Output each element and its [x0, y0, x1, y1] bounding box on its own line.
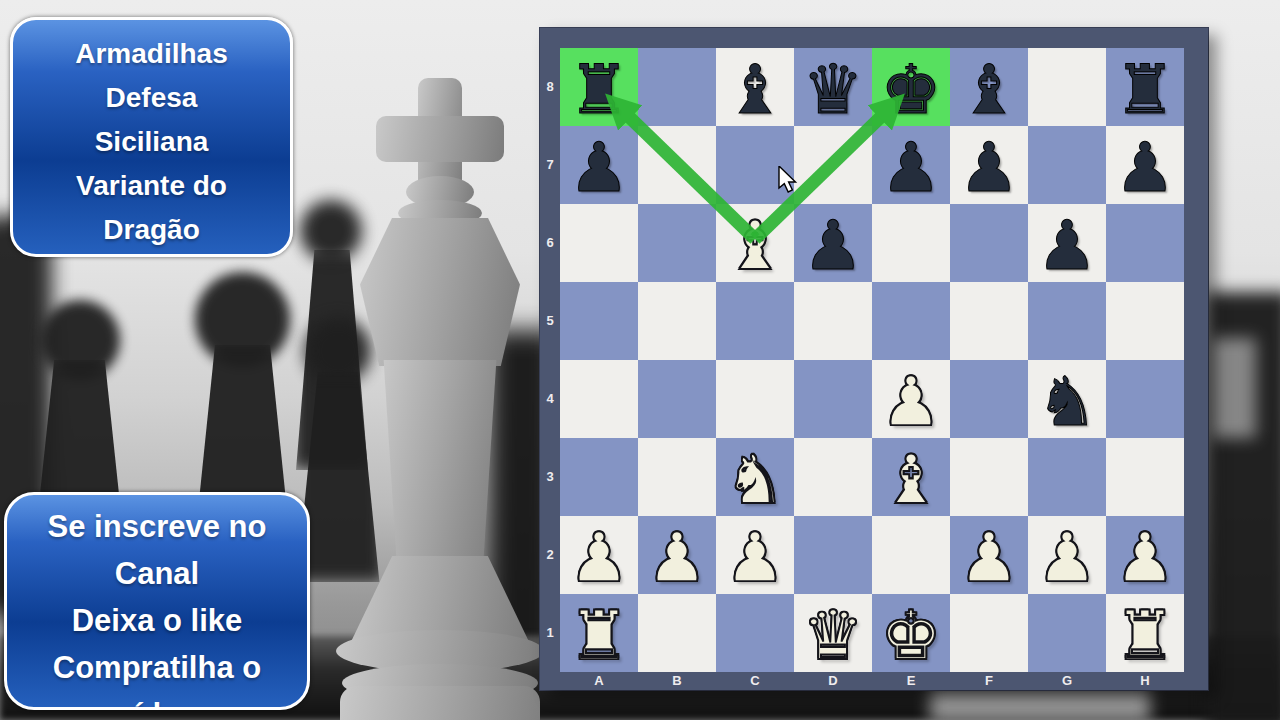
callout-line: Variante do [13, 164, 290, 208]
square-c6[interactable]: ♝ [716, 204, 794, 282]
piece-black-queen[interactable]: ♛ [794, 48, 872, 126]
square-h7[interactable]: ♟ [1106, 126, 1184, 204]
piece-white-bishop[interactable]: ♝ [716, 204, 794, 282]
mouse-cursor [778, 166, 804, 196]
rank-label-5: 5 [540, 282, 560, 360]
square-h4[interactable] [1106, 360, 1184, 438]
piece-white-rook[interactable]: ♜ [1106, 594, 1184, 672]
square-b5[interactable] [638, 282, 716, 360]
square-a1[interactable]: ♜ [560, 594, 638, 672]
king-base [340, 686, 540, 720]
square-h8[interactable]: ♜ [1106, 48, 1184, 126]
piece-white-pawn[interactable]: ♟ [638, 516, 716, 594]
callout-line: Compratilha o [7, 644, 307, 691]
callout-line: Canal [7, 550, 307, 597]
photo-king [310, 78, 570, 720]
square-e4[interactable]: ♟ [872, 360, 950, 438]
square-c3[interactable]: ♞ [716, 438, 794, 516]
square-e3[interactable]: ♝ [872, 438, 950, 516]
piece-white-pawn[interactable]: ♟ [560, 516, 638, 594]
piece-black-pawn[interactable]: ♟ [872, 126, 950, 204]
file-label-e: E [872, 672, 950, 690]
king-cross-arm [376, 116, 504, 162]
piece-black-pawn[interactable]: ♟ [950, 126, 1028, 204]
king-body [380, 360, 500, 564]
below-board-gray-piece [930, 688, 1150, 720]
square-g1[interactable] [1028, 594, 1106, 672]
callout-top: Armadilhas Defesa Siciliana Variante do … [10, 17, 293, 257]
square-g4[interactable]: ♞ [1028, 360, 1106, 438]
callout-line: Defesa [13, 76, 290, 120]
square-b8[interactable] [638, 48, 716, 126]
square-a8[interactable]: ♜ [560, 48, 638, 126]
piece-white-rook[interactable]: ♜ [560, 594, 638, 672]
square-f2[interactable]: ♟ [950, 516, 1028, 594]
square-f1[interactable] [950, 594, 1028, 672]
square-e7[interactable]: ♟ [872, 126, 950, 204]
piece-black-bishop[interactable]: ♝ [950, 48, 1028, 126]
callout-line: Armadilhas [13, 32, 290, 76]
square-g6[interactable]: ♟ [1028, 204, 1106, 282]
rank-label-8: 8 [540, 48, 560, 126]
square-f6[interactable] [950, 204, 1028, 282]
rank-label-1: 1 [540, 594, 560, 672]
rank-label-7: 7 [540, 126, 560, 204]
file-label-f: F [950, 672, 1028, 690]
piece-black-king[interactable]: ♚ [872, 48, 950, 126]
piece-white-pawn[interactable]: ♟ [716, 516, 794, 594]
piece-black-bishop[interactable]: ♝ [716, 48, 794, 126]
square-b4[interactable] [638, 360, 716, 438]
square-b6[interactable] [638, 204, 716, 282]
square-d3[interactable] [794, 438, 872, 516]
piece-black-knight[interactable]: ♞ [1028, 360, 1106, 438]
rank-label-4: 4 [540, 360, 560, 438]
square-g8[interactable] [1028, 48, 1106, 126]
square-d7[interactable] [794, 126, 872, 204]
square-a2[interactable]: ♟ [560, 516, 638, 594]
piece-black-pawn[interactable]: ♟ [1106, 126, 1184, 204]
file-label-b: B [638, 672, 716, 690]
square-a7[interactable]: ♟ [560, 126, 638, 204]
square-c1[interactable] [716, 594, 794, 672]
square-h6[interactable] [1106, 204, 1184, 282]
square-h3[interactable] [1106, 438, 1184, 516]
square-f5[interactable] [950, 282, 1028, 360]
rank-label-3: 3 [540, 438, 560, 516]
piece-black-pawn[interactable]: ♟ [560, 126, 638, 204]
square-d1[interactable]: ♛ [794, 594, 872, 672]
king-crown [360, 218, 520, 366]
callout-line: Se inscreve no [7, 503, 307, 550]
square-b3[interactable] [638, 438, 716, 516]
square-c4[interactable] [716, 360, 794, 438]
file-label-h: H [1106, 672, 1184, 690]
callout-line: Siciliana [13, 120, 290, 164]
square-e8[interactable]: ♚ [872, 48, 950, 126]
square-e6[interactable] [872, 204, 950, 282]
square-a6[interactable] [560, 204, 638, 282]
square-f4[interactable] [950, 360, 1028, 438]
file-label-d: D [794, 672, 872, 690]
callout-line: vídeo [7, 691, 307, 710]
square-g7[interactable] [1028, 126, 1106, 204]
square-d5[interactable] [794, 282, 872, 360]
callout-line: Dragão [13, 208, 290, 252]
callout-line: Deixa o like [7, 597, 307, 644]
piece-white-king[interactable]: ♚ [872, 594, 950, 672]
piece-white-bishop[interactable]: ♝ [872, 438, 950, 516]
square-f8[interactable]: ♝ [950, 48, 1028, 126]
square-a3[interactable] [560, 438, 638, 516]
piece-white-pawn[interactable]: ♟ [950, 516, 1028, 594]
square-g2[interactable]: ♟ [1028, 516, 1106, 594]
piece-black-pawn[interactable]: ♟ [794, 204, 872, 282]
board-grid: ♜♝♛♚♝♜♟♟♟♟♝♟♟♟♞♞♝♟♟♟♟♟♟♜♛♚♜ [560, 48, 1184, 672]
rank-label-2: 2 [540, 516, 560, 594]
square-d8[interactable]: ♛ [794, 48, 872, 126]
callout-bottom: Se inscreve no Canal Deixa o like Compra… [4, 492, 310, 710]
square-e5[interactable] [872, 282, 950, 360]
right-edge-gray-piece [1206, 338, 1256, 438]
square-e1[interactable]: ♚ [872, 594, 950, 672]
square-b7[interactable] [638, 126, 716, 204]
square-b1[interactable] [638, 594, 716, 672]
square-g3[interactable] [1028, 438, 1106, 516]
square-b2[interactable]: ♟ [638, 516, 716, 594]
piece-white-pawn[interactable]: ♟ [1028, 516, 1106, 594]
piece-white-pawn[interactable]: ♟ [872, 360, 950, 438]
square-h5[interactable] [1106, 282, 1184, 360]
piece-white-pawn[interactable]: ♟ [1106, 516, 1184, 594]
video-frame: ♜♝♛♚♝♜♟♟♟♟♝♟♟♟♞♞♝♟♟♟♟♟♟♜♛♚♜ 8 7 6 5 4 3 … [0, 0, 1280, 720]
file-label-a: A [560, 672, 638, 690]
square-c2[interactable]: ♟ [716, 516, 794, 594]
square-d6[interactable]: ♟ [794, 204, 872, 282]
piece-white-knight[interactable]: ♞ [716, 438, 794, 516]
square-c5[interactable] [716, 282, 794, 360]
square-g5[interactable] [1028, 282, 1106, 360]
chess-board: ♜♝♛♚♝♜♟♟♟♟♝♟♟♟♞♞♝♟♟♟♟♟♟♜♛♚♜ 8 7 6 5 4 3 … [540, 28, 1208, 690]
square-d4[interactable] [794, 360, 872, 438]
square-a4[interactable] [560, 360, 638, 438]
square-f7[interactable]: ♟ [950, 126, 1028, 204]
rank-label-6: 6 [540, 204, 560, 282]
piece-black-rook[interactable]: ♜ [1106, 48, 1184, 126]
square-a5[interactable] [560, 282, 638, 360]
piece-white-queen[interactable]: ♛ [794, 594, 872, 672]
square-f3[interactable] [950, 438, 1028, 516]
square-e2[interactable] [872, 516, 950, 594]
piece-black-pawn[interactable]: ♟ [1028, 204, 1106, 282]
square-h2[interactable]: ♟ [1106, 516, 1184, 594]
square-d2[interactable] [794, 516, 872, 594]
square-h1[interactable]: ♜ [1106, 594, 1184, 672]
piece-black-rook[interactable]: ♜ [560, 48, 638, 126]
square-c8[interactable]: ♝ [716, 48, 794, 126]
file-label-g: G [1028, 672, 1106, 690]
file-label-c: C [716, 672, 794, 690]
